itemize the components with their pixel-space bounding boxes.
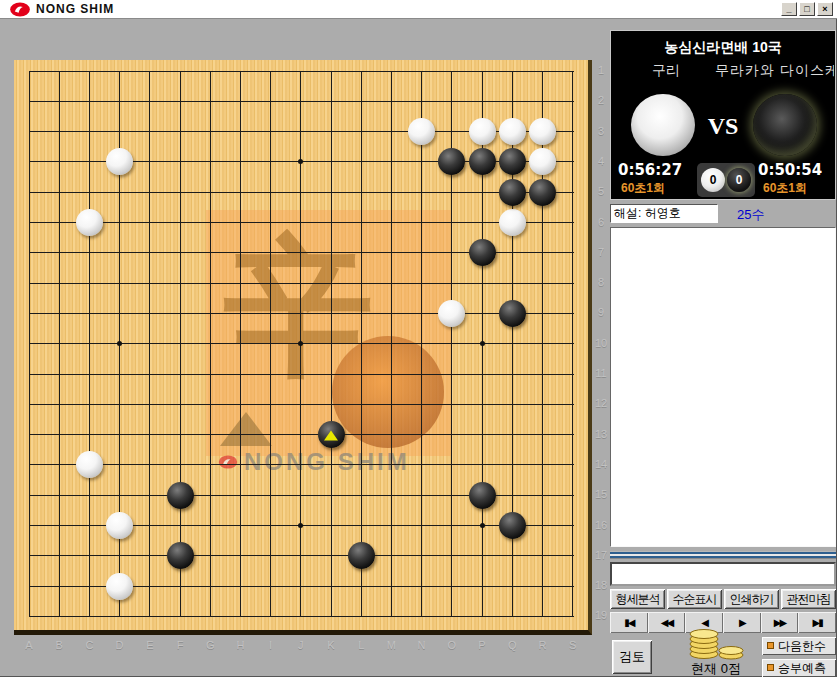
analysis-button[interactable]: 형세분석 [610,589,665,609]
col-label-Q: Q [503,639,521,651]
window-title: NONG SHIM [36,2,114,16]
board-vertical-line [331,71,332,617]
board-vertical-line [270,71,271,617]
col-label-J: J [292,639,310,651]
row-label-8: 8 [593,276,609,288]
board-vertical-line [240,71,241,617]
star-point [480,523,485,528]
black-stone-avatar [753,94,817,156]
end-watching-button[interactable]: 관전마침 [781,589,836,609]
col-label-S: S [564,639,582,651]
col-label-N: N [413,639,431,651]
last-move-button[interactable]: ▶▮ [798,612,836,633]
white-clock: 0:56:27 [618,161,682,179]
current-score-label: 현재 0점 [666,660,766,677]
stone-black-Q9 [499,300,526,327]
board-vertical-line [180,71,181,617]
row-label-1: 1 [593,64,609,76]
black-byoyomi-label: 60초1회 [763,180,807,197]
stone-black-K13 [318,421,345,448]
row-label-16: 16 [593,519,609,531]
minimize-button[interactable]: _ [781,2,797,16]
board-vertical-line [89,71,90,617]
commentator-field[interactable] [610,204,718,223]
star-point [480,341,485,346]
col-label-K: K [322,639,340,651]
stone-black-L17 [348,542,375,569]
board-horizontal-line [29,374,574,375]
col-label-A: A [20,639,38,651]
maximize-button[interactable]: □ [799,2,815,16]
col-label-E: E [141,639,159,651]
fast-back-button[interactable]: ◀◀ [648,612,686,633]
col-label-G: G [201,639,219,651]
stone-black-O4 [438,148,465,175]
black-capture-count: 0 [727,168,751,192]
col-label-C: C [80,639,98,651]
row-label-5: 5 [593,185,609,197]
stone-black-Q4 [499,148,526,175]
stone-white-P3 [469,118,496,145]
white-capture-count: 0 [701,168,725,192]
stone-black-P15 [469,482,496,509]
row-label-18: 18 [593,579,609,591]
first-move-button[interactable]: ▮◀ [610,612,648,633]
board-vertical-line [149,71,150,617]
board-vertical-line [210,71,211,617]
stone-white-Q3 [499,118,526,145]
capture-counter-panel: 0 0 [697,163,755,197]
board-horizontal-line [29,464,574,465]
white-byoyomi-label: 60초1회 [621,180,665,197]
board-horizontal-line [29,222,574,223]
col-label-F: F [171,639,189,651]
col-label-L: L [352,639,370,651]
move-list-button[interactable]: 수순표시 [667,589,722,609]
stone-black-P4 [469,148,496,175]
col-label-O: O [443,639,461,651]
star-point [117,341,122,346]
stone-black-R5 [529,179,556,206]
col-label-H: H [231,639,249,651]
chat-input[interactable] [610,562,836,586]
stone-black-F15 [167,482,194,509]
col-label-M: M [382,639,400,651]
col-label-P: P [473,639,491,651]
row-label-10: 10 [593,337,609,349]
row-label-19: 19 [593,609,609,621]
mountain-watermark [220,412,272,446]
nongshim-logo-watermark-icon [218,455,238,469]
stone-black-Q16 [499,512,526,539]
stone-white-O9 [438,300,465,327]
tournament-title: 농심신라면배 10국 [611,39,835,57]
board-horizontal-line [29,434,574,435]
star-point [298,159,303,164]
next-move-button[interactable]: 다음한수 [762,637,836,655]
fast-forward-button[interactable]: ▶▶ [761,612,799,633]
row-label-15: 15 [593,488,609,500]
stone-white-D4 [106,148,133,175]
predict-winner-button[interactable]: 승부예측 [762,659,836,677]
white-stone-avatar [631,94,695,156]
board-vertical-line [59,71,60,617]
col-label-D: D [111,639,129,651]
nongshim-brand-watermark: NONG SHIM [218,448,410,476]
board-horizontal-line [29,555,574,556]
close-button[interactable]: × [817,2,833,16]
board-vertical-line [361,71,362,617]
stone-white-N3 [408,118,435,145]
stone-black-Q5 [499,179,526,206]
stone-white-Q6 [499,209,526,236]
row-label-14: 14 [593,458,609,470]
board-horizontal-line [29,101,574,102]
move-count-label: 25수 [737,206,764,224]
row-label-4: 4 [593,155,609,167]
board-vertical-line [391,71,392,617]
vs-label: VS [703,113,743,140]
board-vertical-line [421,71,422,617]
title-bar: NONG SHIM _ □ × [0,0,837,19]
board-horizontal-line [29,404,574,405]
player-black-name: 무라카와 다이스케 [715,62,834,80]
row-label-9: 9 [593,306,609,318]
row-label-6: 6 [593,216,609,228]
star-point [298,523,303,528]
last-move-triangle-marker [324,430,338,440]
col-label-B: B [50,639,68,651]
game-info-box: 농심신라면배 10국 구리 무라카와 다이스케 VS 0:56:27 0:50:… [610,30,836,200]
stone-white-R3 [529,118,556,145]
board-horizontal-line [29,283,574,284]
board-horizontal-line [29,616,574,617]
board-horizontal-line [29,313,574,314]
row-label-11: 11 [593,367,609,379]
player-white-name: 구리 [619,62,713,80]
stone-white-D16 [106,512,133,539]
row-label-13: 13 [593,428,609,440]
print-button[interactable]: 인쇄하기 [724,589,779,609]
ramen-bowl-watermark [332,336,444,448]
black-clock: 0:50:54 [758,161,822,179]
row-label-17: 17 [593,549,609,561]
orange-bullet-icon [767,642,774,649]
board-horizontal-line [29,192,574,193]
col-label-I: I [262,639,280,651]
row-label-12: 12 [593,397,609,409]
go-board[interactable]: 辛 NONG SHIM [14,60,592,635]
board-vertical-line [29,71,30,617]
stone-white-R4 [529,148,556,175]
row-label-7: 7 [593,246,609,258]
stone-black-F17 [167,542,194,569]
nongshim-ad-watermark: 辛 [206,210,452,456]
panel-splitter[interactable] [610,551,836,559]
orange-bullet-icon [767,664,774,671]
stone-black-P7 [469,239,496,266]
board-vertical-line [572,71,573,617]
board-horizontal-line [29,71,574,72]
row-label-2: 2 [593,94,609,106]
stone-white-C6 [76,209,103,236]
stone-white-D18 [106,573,133,600]
coins-icon [688,628,748,660]
row-label-3: 3 [593,125,609,137]
review-button[interactable]: 검토 [612,640,652,674]
col-label-R: R [533,639,551,651]
nongshim-logo-icon [9,2,31,17]
commentary-area[interactable] [610,227,836,547]
app-window: NONG SHIM _ □ × 辛 NONG SHIM ABCDEFGHIJKL… [0,0,837,677]
stone-white-C14 [76,451,103,478]
